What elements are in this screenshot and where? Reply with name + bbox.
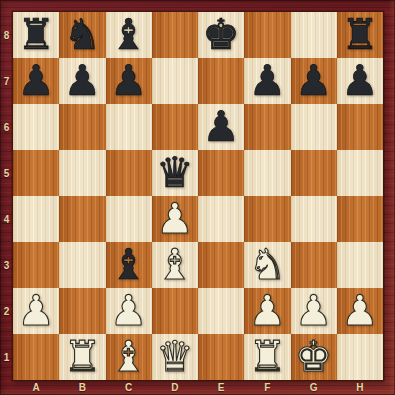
square-c6[interactable] xyxy=(106,104,152,150)
square-f1[interactable]: ♜ xyxy=(244,334,290,380)
square-f6[interactable] xyxy=(244,104,290,150)
square-e4[interactable] xyxy=(198,196,244,242)
square-g5[interactable] xyxy=(291,150,337,196)
square-c5[interactable] xyxy=(106,150,152,196)
piece-white-pawn: ♟ xyxy=(295,290,333,332)
square-f7[interactable]: ♟ xyxy=(244,58,290,104)
square-b5[interactable] xyxy=(59,150,105,196)
piece-black-knight: ♞ xyxy=(64,14,102,56)
square-f2[interactable]: ♟ xyxy=(244,288,290,334)
square-e8[interactable]: ♚ xyxy=(198,12,244,58)
piece-white-pawn: ♟ xyxy=(249,290,287,332)
rank-label-1: 1 xyxy=(0,334,13,380)
piece-black-pawn: ♟ xyxy=(17,60,55,102)
rank-label-6: 6 xyxy=(0,104,13,150)
square-b2[interactable] xyxy=(59,288,105,334)
square-g1[interactable]: ♚ xyxy=(291,334,337,380)
square-b3[interactable] xyxy=(59,242,105,288)
piece-black-pawn: ♟ xyxy=(341,60,379,102)
square-c1[interactable]: ♝ xyxy=(106,334,152,380)
square-c4[interactable] xyxy=(106,196,152,242)
rank-label-3: 3 xyxy=(0,242,13,288)
square-h2[interactable]: ♟ xyxy=(337,288,383,334)
square-a1[interactable] xyxy=(13,334,59,380)
file-label-c: C xyxy=(106,380,152,395)
square-a7[interactable]: ♟ xyxy=(13,58,59,104)
square-h5[interactable] xyxy=(337,150,383,196)
piece-white-queen: ♛ xyxy=(156,336,194,378)
board-frame: ♜♞♝♚♜♟♟♟♟♟♟♟♛♟♝♝♞♟♟♟♟♟♜♝♛♜♚ 87654321 ABC… xyxy=(0,0,395,395)
piece-white-king: ♚ xyxy=(295,336,333,378)
square-g7[interactable]: ♟ xyxy=(291,58,337,104)
square-e5[interactable] xyxy=(198,150,244,196)
square-c7[interactable]: ♟ xyxy=(106,58,152,104)
square-b6[interactable] xyxy=(59,104,105,150)
square-d7[interactable] xyxy=(152,58,198,104)
piece-black-rook: ♜ xyxy=(341,14,379,56)
square-a8[interactable]: ♜ xyxy=(13,12,59,58)
piece-white-knight: ♞ xyxy=(249,244,287,286)
piece-white-rook: ♜ xyxy=(64,336,102,378)
square-a6[interactable] xyxy=(13,104,59,150)
square-e6[interactable]: ♟ xyxy=(198,104,244,150)
piece-white-bishop: ♝ xyxy=(110,336,148,378)
square-g8[interactable] xyxy=(291,12,337,58)
file-label-e: E xyxy=(198,380,244,395)
piece-white-bishop: ♝ xyxy=(156,244,194,286)
square-g6[interactable] xyxy=(291,104,337,150)
square-a4[interactable] xyxy=(13,196,59,242)
piece-white-pawn: ♟ xyxy=(156,198,194,240)
square-a2[interactable]: ♟ xyxy=(13,288,59,334)
square-d8[interactable] xyxy=(152,12,198,58)
file-label-g: G xyxy=(291,380,337,395)
square-c8[interactable]: ♝ xyxy=(106,12,152,58)
piece-black-bishop: ♝ xyxy=(110,244,148,286)
piece-black-king: ♚ xyxy=(202,14,240,56)
square-f5[interactable] xyxy=(244,150,290,196)
piece-black-queen: ♛ xyxy=(156,152,194,194)
piece-black-rook: ♜ xyxy=(17,14,55,56)
piece-black-pawn: ♟ xyxy=(110,60,148,102)
square-b7[interactable]: ♟ xyxy=(59,58,105,104)
square-b4[interactable] xyxy=(59,196,105,242)
piece-white-pawn: ♟ xyxy=(341,290,379,332)
piece-white-pawn: ♟ xyxy=(17,290,55,332)
square-a3[interactable] xyxy=(13,242,59,288)
square-e7[interactable] xyxy=(198,58,244,104)
square-e2[interactable] xyxy=(198,288,244,334)
rank-label-7: 7 xyxy=(0,58,13,104)
square-e3[interactable] xyxy=(198,242,244,288)
file-label-f: F xyxy=(244,380,290,395)
file-label-b: B xyxy=(59,380,105,395)
square-h8[interactable]: ♜ xyxy=(337,12,383,58)
square-d2[interactable] xyxy=(152,288,198,334)
square-f4[interactable] xyxy=(244,196,290,242)
square-b8[interactable]: ♞ xyxy=(59,12,105,58)
file-label-d: D xyxy=(152,380,198,395)
square-h3[interactable] xyxy=(337,242,383,288)
rank-label-4: 4 xyxy=(0,196,13,242)
square-h6[interactable] xyxy=(337,104,383,150)
square-d5[interactable]: ♛ xyxy=(152,150,198,196)
piece-black-bishop: ♝ xyxy=(110,14,148,56)
square-d3[interactable]: ♝ xyxy=(152,242,198,288)
chess-board: ♜♞♝♚♜♟♟♟♟♟♟♟♛♟♝♝♞♟♟♟♟♟♜♝♛♜♚ xyxy=(13,12,383,380)
square-d1[interactable]: ♛ xyxy=(152,334,198,380)
square-h1[interactable] xyxy=(337,334,383,380)
square-a5[interactable] xyxy=(13,150,59,196)
rank-label-5: 5 xyxy=(0,150,13,196)
piece-black-pawn: ♟ xyxy=(295,60,333,102)
square-f8[interactable] xyxy=(244,12,290,58)
piece-white-rook: ♜ xyxy=(249,336,287,378)
square-h7[interactable]: ♟ xyxy=(337,58,383,104)
file-label-a: A xyxy=(13,380,59,395)
square-d6[interactable] xyxy=(152,104,198,150)
square-g3[interactable] xyxy=(291,242,337,288)
piece-black-pawn: ♟ xyxy=(64,60,102,102)
square-f3[interactable]: ♞ xyxy=(244,242,290,288)
rank-label-8: 8 xyxy=(0,12,13,58)
piece-white-pawn: ♟ xyxy=(110,290,148,332)
square-d4[interactable]: ♟ xyxy=(152,196,198,242)
rank-label-2: 2 xyxy=(0,288,13,334)
piece-black-pawn: ♟ xyxy=(249,60,287,102)
square-b1[interactable]: ♜ xyxy=(59,334,105,380)
square-c2[interactable]: ♟ xyxy=(106,288,152,334)
file-label-h: H xyxy=(337,380,383,395)
square-e1[interactable] xyxy=(198,334,244,380)
square-c3[interactable]: ♝ xyxy=(106,242,152,288)
square-h4[interactable] xyxy=(337,196,383,242)
square-g2[interactable]: ♟ xyxy=(291,288,337,334)
square-g4[interactable] xyxy=(291,196,337,242)
piece-black-pawn: ♟ xyxy=(202,106,240,148)
